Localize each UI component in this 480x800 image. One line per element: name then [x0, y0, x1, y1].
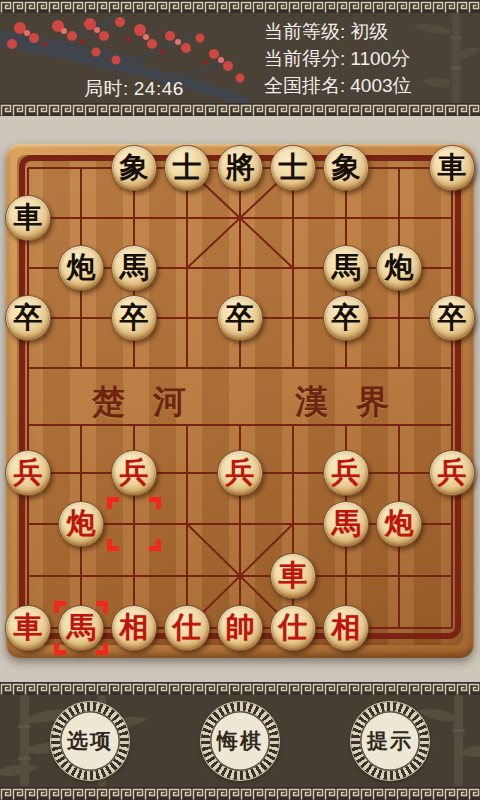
- stat-score: 当前得分:1100分: [264, 48, 412, 69]
- selection-marker: [107, 497, 161, 551]
- piece-red-soldier[interactable]: 兵: [429, 450, 475, 496]
- stat-rank-value: 4003位: [350, 75, 411, 96]
- piece-black-elephant[interactable]: 象: [323, 145, 369, 191]
- pieces-layer: 象士將士象車車炮馬馬炮卒卒卒卒卒兵兵兵兵兵炮馬炮車車馬相仕帥仕相: [6, 144, 474, 658]
- piece-red-elephant[interactable]: 相: [323, 605, 369, 651]
- stat-level: 当前等级:初级: [264, 21, 412, 42]
- piece-black-elephant[interactable]: 象: [111, 145, 157, 191]
- footer-panel: 选项 悔棋 提示: [0, 682, 480, 800]
- hint-button-label: 提示: [367, 727, 413, 755]
- undo-button-label: 悔棋: [217, 727, 263, 755]
- piece-black-chariot[interactable]: 車: [5, 195, 51, 241]
- timer-value: 24:46: [134, 78, 184, 99]
- piece-black-soldier[interactable]: 卒: [217, 295, 263, 341]
- action-button-row: 选项 悔棋 提示: [0, 695, 480, 786]
- piece-red-cannon[interactable]: 炮: [58, 501, 104, 547]
- piece-red-horse[interactable]: 馬: [323, 501, 369, 547]
- piece-black-cannon[interactable]: 炮: [58, 245, 104, 291]
- hint-button-disc: 提示: [360, 711, 420, 771]
- piece-red-general[interactable]: 帥: [217, 605, 263, 651]
- greek-key-border: [0, 0, 480, 13]
- piece-red-cannon[interactable]: 炮: [376, 501, 422, 547]
- options-button-disc: 选项: [60, 711, 120, 771]
- stat-rank: 全国排名:4003位: [264, 75, 412, 96]
- greek-key-border: [0, 682, 480, 695]
- stat-level-label: 当前等级:: [264, 21, 345, 42]
- xiangqi-app-screen: 局时:24:46 当前等级:初级 当前得分:1100分 全国排名:4003位 楚…: [0, 0, 480, 800]
- stat-score-label: 当前得分:: [264, 48, 345, 69]
- game-timer: 局时:24:46: [84, 76, 189, 102]
- hint-button[interactable]: 提示: [351, 702, 429, 780]
- piece-red-advisor[interactable]: 仕: [270, 605, 316, 651]
- piece-black-soldier[interactable]: 卒: [5, 295, 51, 341]
- stat-rank-label: 全国排名:: [264, 75, 345, 96]
- piece-black-advisor[interactable]: 士: [164, 145, 210, 191]
- piece-black-horse[interactable]: 馬: [323, 245, 369, 291]
- piece-black-horse[interactable]: 馬: [111, 245, 157, 291]
- greek-key-border: [0, 787, 480, 800]
- stat-level-value: 初级: [350, 21, 388, 42]
- piece-red-advisor[interactable]: 仕: [164, 605, 210, 651]
- timer-label: 局时:: [84, 78, 129, 99]
- piece-black-general[interactable]: 將: [217, 145, 263, 191]
- stat-score-value: 1100分: [350, 48, 410, 69]
- piece-red-soldier[interactable]: 兵: [5, 450, 51, 496]
- piece-red-chariot[interactable]: 車: [5, 605, 51, 651]
- piece-black-soldier[interactable]: 卒: [323, 295, 369, 341]
- piece-black-chariot[interactable]: 車: [429, 145, 475, 191]
- player-stats: 当前等级:初级 当前得分:1100分 全国排名:4003位: [264, 21, 412, 96]
- piece-black-soldier[interactable]: 卒: [429, 295, 475, 341]
- undo-button-disc: 悔棋: [210, 711, 270, 771]
- header-panel: 局时:24:46 当前等级:初级 当前得分:1100分 全国排名:4003位: [0, 0, 480, 116]
- piece-red-elephant[interactable]: 相: [111, 605, 157, 651]
- piece-red-soldier[interactable]: 兵: [323, 450, 369, 496]
- xiangqi-board[interactable]: 楚河 漢界 象士將士象車車炮馬馬炮卒卒卒卒卒兵兵兵兵兵炮馬炮車車馬相仕帥仕相: [6, 144, 474, 658]
- options-button[interactable]: 选项: [51, 702, 129, 780]
- options-button-label: 选项: [67, 727, 113, 755]
- piece-red-soldier[interactable]: 兵: [111, 450, 157, 496]
- piece-red-soldier[interactable]: 兵: [217, 450, 263, 496]
- piece-red-chariot[interactable]: 車: [270, 553, 316, 599]
- piece-black-cannon[interactable]: 炮: [376, 245, 422, 291]
- piece-black-advisor[interactable]: 士: [270, 145, 316, 191]
- selection-marker: [54, 601, 108, 655]
- piece-black-soldier[interactable]: 卒: [111, 295, 157, 341]
- bamboo-decoration-icon: [410, 10, 480, 106]
- undo-move-button[interactable]: 悔棋: [201, 702, 279, 780]
- greek-key-border: [0, 103, 480, 116]
